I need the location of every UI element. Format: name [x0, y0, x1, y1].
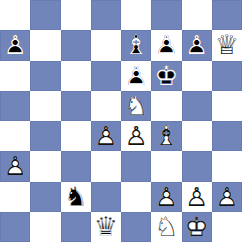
square-d4[interactable]: ♟♙ — [91, 121, 121, 151]
square-a2[interactable] — [0, 182, 30, 212]
square-g8[interactable] — [182, 0, 212, 30]
square-d1[interactable]: ♛♕ — [91, 212, 121, 242]
square-a8[interactable] — [0, 0, 30, 30]
square-f1[interactable]: ♞♘ — [151, 212, 181, 242]
white-knight[interactable]: ♞♘ — [151, 212, 181, 242]
white-pawn[interactable]: ♟♙ — [91, 121, 121, 151]
square-b6[interactable] — [30, 61, 60, 91]
piece-outline-glyph: ♗ — [124, 30, 148, 60]
square-g7[interactable]: ♟♙ — [182, 30, 212, 60]
square-e3[interactable] — [121, 151, 151, 181]
square-h6[interactable] — [212, 61, 242, 91]
square-h1[interactable] — [212, 212, 242, 242]
piece-outline-glyph: ♔ — [185, 212, 209, 242]
square-g5[interactable] — [182, 91, 212, 121]
square-f3[interactable] — [151, 151, 181, 181]
square-e7[interactable]: ♝♗ — [121, 30, 151, 60]
white-queen[interactable]: ♛♕ — [212, 30, 242, 60]
square-e2[interactable] — [121, 182, 151, 212]
black-queen[interactable]: ♛♕ — [91, 212, 121, 242]
white-pawn[interactable]: ♟♙ — [151, 182, 181, 212]
piece-outline-glyph: ♙ — [94, 121, 117, 151]
black-bishop[interactable]: ♝♗ — [121, 30, 151, 60]
square-h3[interactable] — [212, 151, 242, 181]
square-e8[interactable] — [121, 0, 151, 30]
square-g6[interactable] — [182, 61, 212, 91]
square-a3[interactable]: ♟♙ — [0, 151, 30, 181]
square-d6[interactable] — [91, 61, 121, 91]
square-b1[interactable] — [30, 212, 60, 242]
piece-outline-glyph: ♗ — [154, 121, 178, 151]
piece-outline-glyph: ♔ — [154, 61, 178, 91]
black-pawn[interactable]: ♟♙ — [121, 61, 151, 91]
piece-outline-glyph: ♙ — [155, 30, 178, 60]
square-c3[interactable] — [61, 151, 91, 181]
square-f7[interactable]: ♟♙ — [151, 30, 181, 60]
square-a6[interactable] — [0, 61, 30, 91]
white-king[interactable]: ♚♔ — [182, 212, 212, 242]
square-d3[interactable] — [91, 151, 121, 181]
black-king[interactable]: ♚♔ — [151, 61, 181, 91]
square-h7[interactable]: ♛♕ — [212, 30, 242, 60]
square-f2[interactable]: ♟♙ — [151, 182, 181, 212]
piece-outline-glyph: ♙ — [124, 121, 147, 151]
square-b8[interactable] — [30, 0, 60, 30]
square-c2[interactable]: ♞♘ — [61, 182, 91, 212]
black-pawn[interactable]: ♟♙ — [0, 30, 30, 60]
square-f5[interactable] — [151, 91, 181, 121]
square-b2[interactable] — [30, 182, 60, 212]
piece-outline-glyph: ♙ — [155, 182, 178, 212]
square-g4[interactable] — [182, 121, 212, 151]
square-b4[interactable] — [30, 121, 60, 151]
square-f6[interactable]: ♚♔ — [151, 61, 181, 91]
black-knight[interactable]: ♞♘ — [61, 182, 91, 212]
square-a1[interactable] — [0, 212, 30, 242]
square-b5[interactable] — [30, 91, 60, 121]
piece-outline-glyph: ♕ — [94, 212, 118, 242]
square-h8[interactable] — [212, 0, 242, 30]
square-a5[interactable] — [0, 91, 30, 121]
square-f8[interactable] — [151, 0, 181, 30]
white-pawn[interactable]: ♟♙ — [0, 151, 30, 181]
square-a4[interactable] — [0, 121, 30, 151]
square-b3[interactable] — [30, 151, 60, 181]
square-b7[interactable] — [30, 30, 60, 60]
square-c5[interactable] — [61, 91, 91, 121]
square-e5[interactable]: ♞♘ — [121, 91, 151, 121]
square-h4[interactable] — [212, 121, 242, 151]
piece-outline-glyph: ♙ — [124, 61, 147, 91]
square-g3[interactable] — [182, 151, 212, 181]
square-c4[interactable] — [61, 121, 91, 151]
white-knight[interactable]: ♞♘ — [121, 91, 151, 121]
piece-outline-glyph: ♙ — [3, 151, 26, 181]
square-c6[interactable] — [61, 61, 91, 91]
square-f4[interactable]: ♝♗ — [151, 121, 181, 151]
square-e4[interactable]: ♟♙ — [121, 121, 151, 151]
chess-board: ♟♙♝♗♟♙♟♙♛♕♟♙♚♔♞♘♟♙♟♙♝♗♟♙♞♘♟♙♟♙♟♙♛♕♞♘♚♔ — [0, 0, 242, 242]
piece-outline-glyph: ♕ — [215, 30, 239, 60]
piece-outline-glyph: ♙ — [185, 182, 208, 212]
black-pawn[interactable]: ♟♙ — [182, 30, 212, 60]
square-h5[interactable] — [212, 91, 242, 121]
square-d8[interactable] — [91, 0, 121, 30]
square-g1[interactable]: ♚♔ — [182, 212, 212, 242]
piece-outline-glyph: ♘ — [64, 182, 88, 212]
square-d2[interactable] — [91, 182, 121, 212]
square-d5[interactable] — [91, 91, 121, 121]
black-pawn[interactable]: ♟♙ — [151, 30, 181, 60]
square-a7[interactable]: ♟♙ — [0, 30, 30, 60]
piece-outline-glyph: ♘ — [124, 91, 148, 121]
square-e6[interactable]: ♟♙ — [121, 61, 151, 91]
piece-outline-glyph: ♙ — [185, 30, 208, 60]
piece-outline-glyph: ♙ — [215, 182, 238, 212]
piece-outline-glyph: ♙ — [3, 30, 26, 60]
square-c7[interactable] — [61, 30, 91, 60]
square-c8[interactable] — [61, 0, 91, 30]
white-pawn[interactable]: ♟♙ — [121, 121, 151, 151]
square-d7[interactable] — [91, 30, 121, 60]
white-pawn[interactable]: ♟♙ — [212, 182, 242, 212]
square-h2[interactable]: ♟♙ — [212, 182, 242, 212]
square-c1[interactable] — [61, 212, 91, 242]
piece-outline-glyph: ♘ — [154, 212, 178, 242]
white-pawn[interactable]: ♟♙ — [182, 182, 212, 212]
white-bishop[interactable]: ♝♗ — [151, 121, 181, 151]
square-g2[interactable]: ♟♙ — [182, 182, 212, 212]
square-e1[interactable] — [121, 212, 151, 242]
